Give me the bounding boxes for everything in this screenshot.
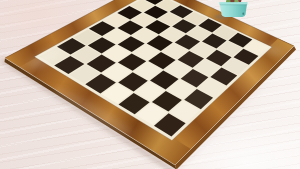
chessboard-photo	[0, 0, 300, 169]
planter-rim	[219, 2, 247, 4]
planter-group	[214, 0, 248, 19]
planter-logo	[242, 12, 244, 15]
background-surface	[0, 0, 300, 169]
